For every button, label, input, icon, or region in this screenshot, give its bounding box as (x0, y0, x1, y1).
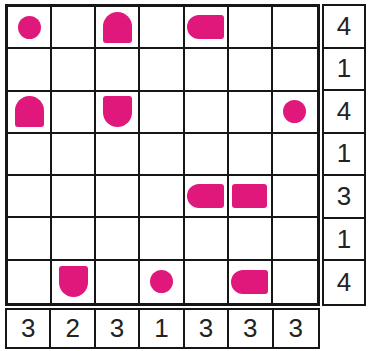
col-clue-7: 3 (274, 310, 318, 347)
ship-segment-left (187, 184, 224, 208)
cell-r4c7[interactable] (273, 134, 317, 176)
row-clue-4: 1 (324, 134, 364, 177)
cell-r4c3[interactable] (96, 134, 140, 176)
ship-segment-circle (150, 270, 173, 293)
cell-r6c5[interactable] (185, 218, 229, 260)
row-clues: 4141314 (322, 4, 366, 306)
cell-r5c7[interactable] (273, 176, 317, 218)
cell-r1c5[interactable] (185, 7, 229, 49)
cell-r1c7[interactable] (273, 7, 317, 49)
cell-r7c1[interactable] (8, 261, 52, 303)
cell-r1c4[interactable] (140, 7, 184, 49)
cell-r6c6[interactable] (229, 218, 273, 260)
cell-r2c4[interactable] (140, 49, 184, 91)
cell-r6c7[interactable] (273, 218, 317, 260)
cell-r7c6[interactable] (229, 261, 273, 303)
ship-segment-circle (18, 16, 41, 39)
row-clue-5: 3 (324, 176, 364, 219)
row-clue-6: 1 (324, 219, 364, 262)
cell-r3c1[interactable] (8, 92, 52, 134)
cell-r6c3[interactable] (96, 218, 140, 260)
col-clue-1: 3 (7, 310, 51, 347)
col-clue-4: 1 (140, 310, 184, 347)
ship-segment-left (231, 270, 268, 294)
battleships-puzzle: 4141314 3231333 (0, 0, 368, 351)
row-clue-2: 1 (324, 49, 364, 92)
cell-r3c2[interactable] (52, 92, 96, 134)
cell-r3c6[interactable] (229, 92, 273, 134)
cell-r5c3[interactable] (96, 176, 140, 218)
cell-r5c2[interactable] (52, 176, 96, 218)
cell-r5c1[interactable] (8, 176, 52, 218)
row-clue-1: 4 (324, 6, 364, 49)
col-clue-6: 3 (229, 310, 273, 347)
ship-segment-top (103, 12, 132, 43)
col-clue-5: 3 (185, 310, 229, 347)
cell-r1c3[interactable] (96, 7, 140, 49)
cell-r3c7[interactable] (273, 92, 317, 134)
row-clue-7: 4 (324, 261, 364, 304)
cell-r7c3[interactable] (96, 261, 140, 303)
ship-segment-middle (232, 184, 267, 208)
cell-r2c2[interactable] (52, 49, 96, 91)
cell-r7c4[interactable] (140, 261, 184, 303)
col-clues: 3231333 (5, 308, 320, 349)
ship-segment-left (187, 15, 224, 39)
ship-segment-bottom (59, 266, 88, 297)
cell-r5c4[interactable] (140, 176, 184, 218)
cell-r5c5[interactable] (185, 176, 229, 218)
col-clue-2: 2 (51, 310, 95, 347)
cell-r2c6[interactable] (229, 49, 273, 91)
col-clue-3: 3 (96, 310, 140, 347)
cell-r4c2[interactable] (52, 134, 96, 176)
cell-r2c1[interactable] (8, 49, 52, 91)
cell-r3c5[interactable] (185, 92, 229, 134)
cell-r7c5[interactable] (185, 261, 229, 303)
cell-r1c2[interactable] (52, 7, 96, 49)
cell-r1c1[interactable] (8, 7, 52, 49)
cell-r2c5[interactable] (185, 49, 229, 91)
cell-r3c3[interactable] (96, 92, 140, 134)
cell-r7c7[interactable] (273, 261, 317, 303)
cell-r4c5[interactable] (185, 134, 229, 176)
ship-segment-top (15, 96, 44, 127)
cell-r3c4[interactable] (140, 92, 184, 134)
cell-r2c7[interactable] (273, 49, 317, 91)
cell-r6c1[interactable] (8, 218, 52, 260)
cell-r6c4[interactable] (140, 218, 184, 260)
cell-r4c4[interactable] (140, 134, 184, 176)
cell-r6c2[interactable] (52, 218, 96, 260)
cell-r4c6[interactable] (229, 134, 273, 176)
cell-r7c2[interactable] (52, 261, 96, 303)
ship-segment-bottom (103, 96, 132, 127)
cell-r5c6[interactable] (229, 176, 273, 218)
ship-segment-circle (283, 100, 306, 123)
cell-r1c6[interactable] (229, 7, 273, 49)
row-clue-3: 4 (324, 91, 364, 134)
cell-r2c3[interactable] (96, 49, 140, 91)
cell-r4c1[interactable] (8, 134, 52, 176)
board (5, 4, 320, 306)
